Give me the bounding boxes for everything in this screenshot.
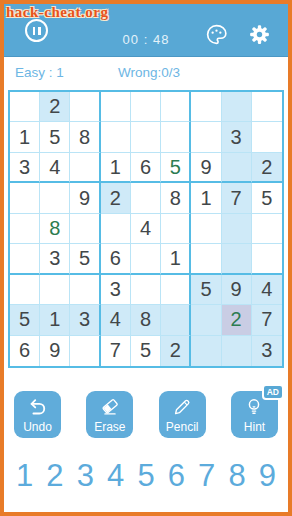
toolbar: Undo Erase Pencil AD [4,391,288,438]
cell-r6c9[interactable] [252,244,282,274]
cell-r9c9[interactable]: 3 [252,336,282,366]
numpad-8[interactable]: 8 [228,456,245,496]
timer: 00 : 48 [4,32,288,47]
cell-r3c9[interactable]: 2 [252,153,282,183]
eraser-icon [99,396,121,418]
cell-r3c1[interactable]: 3 [10,153,40,183]
cell-r9c4[interactable]: 7 [101,336,131,366]
sudoku-grid[interactable]: 2158334165929281758435613594513482769752… [8,90,284,368]
cell-r8c4[interactable]: 4 [101,305,131,335]
cell-r5c2[interactable]: 8 [40,214,70,244]
difficulty-label: Easy : 1 [15,65,64,80]
numpad-4[interactable]: 4 [107,456,124,496]
palette-icon[interactable] [204,22,229,51]
cell-r3c7[interactable]: 9 [191,153,221,183]
cell-r7c4[interactable]: 3 [101,275,131,305]
status-row: Easy : 1 Wrong:0/3 [4,57,288,90]
numpad-7[interactable]: 7 [198,456,215,496]
cell-r1c8[interactable] [222,92,252,122]
cell-r6c8[interactable] [222,244,252,274]
cell-r9c3[interactable] [70,336,100,366]
cell-r7c5[interactable] [131,275,161,305]
number-pad: 123456789 [4,456,288,496]
cell-r1c5[interactable] [131,92,161,122]
cell-r2c8[interactable]: 3 [222,122,252,152]
numpad-2[interactable]: 2 [46,456,63,496]
pencil-button[interactable]: Pencil [159,391,206,438]
cell-r1c2[interactable]: 2 [40,92,70,122]
cell-r9c2[interactable]: 9 [40,336,70,366]
cell-r5c9[interactable] [252,214,282,244]
watermark: hack-cheat.org [6,4,108,21]
cell-r7c8[interactable]: 9 [222,275,252,305]
cell-r2c4[interactable] [101,122,131,152]
cell-r2c6[interactable] [161,122,191,152]
cell-r2c5[interactable] [131,122,161,152]
cell-r7c6[interactable] [161,275,191,305]
undo-label: Undo [23,421,52,433]
cell-r8c5[interactable]: 8 [131,305,161,335]
cell-r3c6[interactable]: 5 [161,153,191,183]
cell-r6c1[interactable] [10,244,40,274]
cell-r8c6[interactable] [161,305,191,335]
cell-r8c8[interactable]: 2 [222,305,252,335]
pencil-label: Pencil [166,421,199,433]
cell-r7c1[interactable] [10,275,40,305]
cell-r1c3[interactable] [70,92,100,122]
cell-r2c7[interactable] [191,122,221,152]
cell-r7c2[interactable] [40,275,70,305]
cell-r1c4[interactable] [101,92,131,122]
cell-r1c9[interactable] [252,92,282,122]
cell-r9c7[interactable] [191,336,221,366]
cell-r8c2[interactable]: 1 [40,305,70,335]
cell-r8c1[interactable]: 5 [10,305,40,335]
cell-r6c4[interactable]: 6 [101,244,131,274]
cell-r7c3[interactable] [70,275,100,305]
numpad-6[interactable]: 6 [168,456,185,496]
cell-r5c5[interactable]: 4 [131,214,161,244]
numpad-5[interactable]: 5 [137,456,154,496]
cell-r6c2[interactable]: 3 [40,244,70,274]
numpad-9[interactable]: 9 [259,456,276,496]
erase-label: Erase [94,421,125,433]
cell-r8c3[interactable]: 3 [70,305,100,335]
pencil-icon [171,396,193,418]
cell-r3c2[interactable]: 4 [40,153,70,183]
cell-r1c1[interactable] [10,92,40,122]
cell-r5c3[interactable] [70,214,100,244]
cell-r5c6[interactable] [161,214,191,244]
cell-r8c7[interactable] [191,305,221,335]
ad-badge: AD [262,384,284,400]
cell-r8c9[interactable]: 7 [252,305,282,335]
cell-r4c5[interactable] [131,183,161,213]
cell-r1c6[interactable] [161,92,191,122]
wrong-counter: Wrong:0/3 [118,65,180,80]
cell-r9c6[interactable]: 2 [161,336,191,366]
cell-r4c3[interactable]: 9 [70,183,100,213]
cell-r3c5[interactable]: 6 [131,153,161,183]
cell-r6c6[interactable]: 1 [161,244,191,274]
cell-r9c8[interactable] [222,336,252,366]
gear-icon[interactable] [247,22,272,51]
cell-r9c5[interactable]: 5 [131,336,161,366]
undo-button[interactable]: Undo [14,391,61,438]
cell-r4c7[interactable]: 1 [191,183,221,213]
cell-r3c4[interactable]: 1 [101,153,131,183]
numpad-1[interactable]: 1 [16,456,33,496]
cell-r6c5[interactable] [131,244,161,274]
cell-r2c1[interactable]: 1 [10,122,40,152]
cell-r7c7[interactable]: 5 [191,275,221,305]
cell-r5c8[interactable] [222,214,252,244]
cell-r9c1[interactable]: 6 [10,336,40,366]
cell-r4c1[interactable] [10,183,40,213]
cell-r1c7[interactable] [191,92,221,122]
cell-r2c2[interactable]: 5 [40,122,70,152]
cell-r3c3[interactable] [70,153,100,183]
cell-r4c4[interactable]: 2 [101,183,131,213]
cell-r6c7[interactable] [191,244,221,274]
cell-r7c9[interactable]: 4 [252,275,282,305]
cell-r2c3[interactable]: 8 [70,122,100,152]
hint-label: Hint [244,421,265,433]
cell-r4c9[interactable]: 5 [252,183,282,213]
cell-r4c2[interactable] [40,183,70,213]
lightbulb-icon [243,396,265,418]
erase-button[interactable]: Erase [86,391,133,438]
cell-r3c8[interactable] [222,153,252,183]
cell-r5c4[interactable] [101,214,131,244]
cell-r4c8[interactable]: 7 [222,183,252,213]
cell-r4c6[interactable]: 8 [161,183,191,213]
cell-r2c9[interactable] [252,122,282,152]
cell-r6c3[interactable]: 5 [70,244,100,274]
frame-curl [285,150,292,228]
undo-arrow-icon [27,396,49,418]
numpad-3[interactable]: 3 [77,456,94,496]
cell-r5c7[interactable] [191,214,221,244]
cell-r5c1[interactable] [10,214,40,244]
